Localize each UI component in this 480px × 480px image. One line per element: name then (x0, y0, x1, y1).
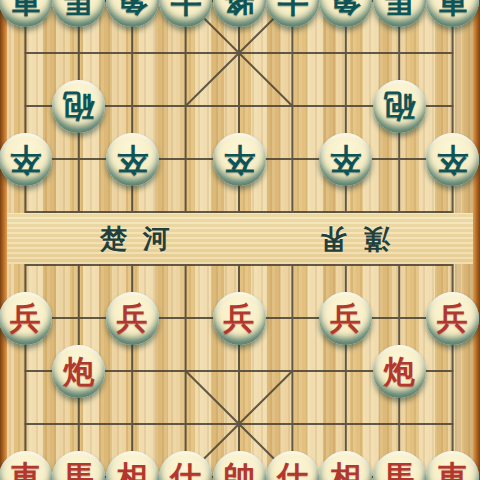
piece-glyph: 仕 (159, 451, 212, 480)
piece-glyph: 象 (106, 0, 159, 27)
piece-black-soldier[interactable]: 卒 (319, 133, 372, 186)
piece-red-advisor[interactable]: 仕 (159, 451, 212, 480)
piece-glyph: 卒 (319, 133, 372, 186)
piece-glyph: 馬 (52, 451, 105, 480)
board-left-edge (0, 0, 7, 480)
piece-black-elephant[interactable]: 象 (319, 0, 372, 27)
piece-red-cannon[interactable]: 炮 (52, 345, 105, 398)
piece-glyph: 將 (213, 0, 266, 27)
piece-red-soldier[interactable]: 兵 (106, 292, 159, 345)
piece-glyph: 馬 (373, 451, 426, 480)
piece-black-advisor[interactable]: 士 (266, 0, 319, 27)
piece-red-elephant[interactable]: 相 (106, 451, 159, 480)
piece-red-soldier[interactable]: 兵 (213, 292, 266, 345)
piece-black-soldier[interactable]: 卒 (0, 133, 52, 186)
piece-black-chariot[interactable]: 車 (426, 0, 479, 27)
piece-glyph: 兵 (0, 292, 52, 345)
piece-glyph: 砲 (52, 80, 105, 133)
piece-red-general[interactable]: 帥 (213, 451, 266, 480)
piece-black-general[interactable]: 將 (213, 0, 266, 27)
xiangqi-board[interactable]: 楚河 漢界 車馬象士將士象馬車砲砲卒卒卒卒卒兵兵兵兵兵炮炮車馬相仕帥仕相馬車 (0, 0, 480, 480)
piece-glyph: 卒 (213, 133, 266, 186)
piece-red-elephant[interactable]: 相 (319, 451, 372, 480)
piece-red-soldier[interactable]: 兵 (426, 292, 479, 345)
piece-black-advisor[interactable]: 士 (159, 0, 212, 27)
piece-glyph: 兵 (213, 292, 266, 345)
piece-glyph: 車 (0, 0, 52, 27)
piece-red-soldier[interactable]: 兵 (319, 292, 372, 345)
piece-black-soldier[interactable]: 卒 (213, 133, 266, 186)
piece-red-chariot[interactable]: 車 (426, 451, 479, 480)
piece-red-chariot[interactable]: 車 (0, 451, 52, 480)
piece-glyph: 馬 (373, 0, 426, 27)
piece-glyph: 卒 (426, 133, 479, 186)
piece-red-cannon[interactable]: 炮 (373, 345, 426, 398)
river-label-han-jie: 漢界 (310, 224, 406, 254)
board-right-edge (473, 0, 480, 480)
piece-black-cannon[interactable]: 砲 (373, 80, 426, 133)
piece-glyph: 仕 (266, 451, 319, 480)
piece-black-soldier[interactable]: 卒 (426, 133, 479, 186)
piece-glyph: 砲 (373, 80, 426, 133)
piece-glyph: 士 (266, 0, 319, 27)
piece-black-horse[interactable]: 馬 (52, 0, 105, 27)
piece-black-cannon[interactable]: 砲 (52, 80, 105, 133)
piece-black-elephant[interactable]: 象 (106, 0, 159, 27)
piece-glyph: 相 (106, 451, 159, 480)
piece-glyph: 卒 (106, 133, 159, 186)
river-label-chu-he: 楚河 (84, 224, 180, 254)
piece-glyph: 車 (426, 451, 479, 480)
piece-glyph: 相 (319, 451, 372, 480)
piece-black-chariot[interactable]: 車 (0, 0, 52, 27)
piece-glyph: 車 (0, 451, 52, 480)
piece-glyph: 卒 (0, 133, 52, 186)
piece-glyph: 兵 (106, 292, 159, 345)
piece-red-horse[interactable]: 馬 (373, 451, 426, 480)
piece-black-horse[interactable]: 馬 (373, 0, 426, 27)
piece-red-soldier[interactable]: 兵 (0, 292, 52, 345)
piece-glyph: 車 (426, 0, 479, 27)
piece-glyph: 帥 (213, 451, 266, 480)
piece-glyph: 象 (319, 0, 372, 27)
piece-red-advisor[interactable]: 仕 (266, 451, 319, 480)
board-grid (0, 0, 480, 480)
piece-glyph: 士 (159, 0, 212, 27)
piece-glyph: 馬 (52, 0, 105, 27)
piece-glyph: 兵 (426, 292, 479, 345)
piece-red-horse[interactable]: 馬 (52, 451, 105, 480)
piece-glyph: 炮 (373, 345, 426, 398)
piece-glyph: 兵 (319, 292, 372, 345)
piece-black-soldier[interactable]: 卒 (106, 133, 159, 186)
piece-glyph: 炮 (52, 345, 105, 398)
